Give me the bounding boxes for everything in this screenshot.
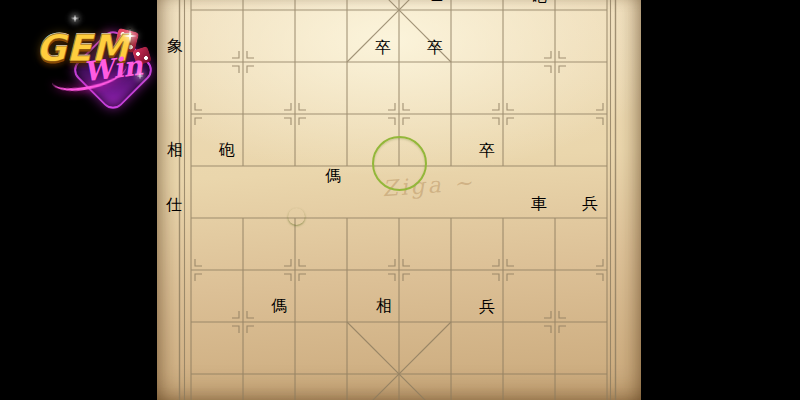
piece-glyph: 砲 bbox=[531, 0, 547, 5]
piece-face: 象 bbox=[167, 36, 215, 57]
gemwin-logo[interactable]: GEM Win bbox=[18, 8, 170, 126]
piece-red-elephant-a5[interactable]: 相 bbox=[167, 140, 215, 188]
piece-face: 卒 bbox=[427, 38, 475, 59]
piece-face: 兵 bbox=[479, 297, 527, 318]
right-panel bbox=[641, 0, 800, 400]
piece-black-soldier-e3[interactable]: 卒 bbox=[375, 38, 423, 86]
piece-face: 相 bbox=[376, 296, 424, 317]
piece-red-advisor-a6[interactable]: 仕 bbox=[166, 195, 214, 243]
piece-glyph: 卒 bbox=[479, 141, 495, 160]
piece-glyph: 車 bbox=[531, 194, 547, 213]
piece-glyph: 傌 bbox=[271, 296, 287, 315]
piece-blank-piece-g7[interactable] bbox=[479, 244, 527, 292]
piece-blank-piece-b3[interactable] bbox=[218, 36, 266, 84]
piece-red-soldier-g8[interactable]: 兵 bbox=[479, 297, 527, 345]
piece-red-cannon-b5[interactable]: 砲 bbox=[219, 140, 267, 188]
piece-face: 車 bbox=[531, 194, 579, 215]
piece-red-horse-c8[interactable]: 傌 bbox=[271, 296, 319, 344]
piece-face: 兵 bbox=[582, 194, 630, 215]
piece-face: 砲 bbox=[219, 140, 267, 161]
piece-glyph: 砲 bbox=[219, 140, 235, 159]
piece-black-elephant-a3[interactable]: 象 bbox=[167, 36, 215, 84]
xiangqi-board[interactable]: Ziga ~ 包砲象卒卒相砲卒傌車兵仕傌相兵 bbox=[157, 0, 641, 400]
piece-glyph: 傌 bbox=[325, 166, 341, 185]
piece-face: 包 bbox=[427, 0, 475, 5]
piece-face: 相 bbox=[167, 140, 215, 161]
piece-glyph: 卒 bbox=[375, 38, 391, 57]
piece-face: 砲 bbox=[531, 0, 579, 7]
piece-glyph: 包 bbox=[427, 0, 443, 3]
piece-red-elephant-e8[interactable]: 相 bbox=[376, 296, 424, 344]
piece-glyph: 兵 bbox=[582, 194, 598, 213]
piece-glyph: 象 bbox=[167, 36, 183, 55]
piece-glyph: 兵 bbox=[479, 297, 495, 316]
piece-face: 仕 bbox=[166, 195, 214, 216]
piece-glyph: 仕 bbox=[166, 195, 182, 214]
piece-black-soldier-f3[interactable]: 卒 bbox=[427, 38, 475, 86]
piece-face: 傌 bbox=[271, 296, 319, 317]
piece-glyph: 相 bbox=[376, 296, 392, 315]
piece-glyph: 相 bbox=[167, 140, 183, 159]
move-hint-dot-c6[interactable] bbox=[288, 208, 305, 225]
last-move-ring-e5 bbox=[372, 136, 427, 191]
piece-glyph: 卒 bbox=[427, 38, 443, 57]
sparkle-icon bbox=[136, 72, 144, 80]
screenshot-root: GEM Win bbox=[0, 0, 800, 400]
piece-face: 卒 bbox=[375, 38, 423, 59]
sparkle-icon bbox=[122, 28, 138, 44]
piece-red-horse-d5-d6-river[interactable]: 傌 bbox=[325, 166, 373, 214]
piece-blank-piece-i4[interactable] bbox=[583, 88, 631, 136]
sparkle-icon bbox=[70, 14, 79, 23]
piece-face: 傌 bbox=[325, 166, 373, 187]
piece-red-soldier-i6[interactable]: 兵 bbox=[582, 194, 630, 242]
piece-black-soldier-g5[interactable]: 卒 bbox=[479, 141, 527, 189]
piece-black-chariot-h6[interactable]: 車 bbox=[531, 194, 579, 242]
piece-face: 卒 bbox=[479, 141, 527, 162]
